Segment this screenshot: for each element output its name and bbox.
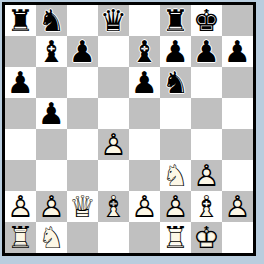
square-b5[interactable]: ♟ (36, 98, 67, 129)
square-g2[interactable]: ♝♗ (191, 191, 222, 222)
square-e6[interactable]: ♟ (129, 67, 160, 98)
piece-white-queen-fill: ♛ (67, 191, 98, 222)
piece-black-knight: ♞ (160, 67, 191, 98)
square-f3[interactable]: ♞♘ (160, 160, 191, 191)
piece-white-pawn: ♙ (160, 191, 191, 222)
piece-black-rook: ♜ (5, 5, 36, 36)
piece-white-pawn: ♙ (129, 191, 160, 222)
square-g6[interactable] (191, 67, 222, 98)
piece-white-pawn: ♙ (222, 191, 253, 222)
square-b6[interactable] (36, 67, 67, 98)
square-a6[interactable]: ♟ (5, 67, 36, 98)
square-h4[interactable] (222, 129, 253, 160)
square-f1[interactable]: ♜♖ (160, 222, 191, 253)
square-c8[interactable] (67, 5, 98, 36)
piece-white-knight: ♘ (160, 160, 191, 191)
square-f8[interactable]: ♜ (160, 5, 191, 36)
piece-white-rook: ♖ (5, 222, 36, 253)
square-f4[interactable] (160, 129, 191, 160)
piece-black-queen: ♛ (98, 5, 129, 36)
piece-white-pawn-fill: ♟ (98, 129, 129, 160)
square-d2[interactable]: ♝♗ (98, 191, 129, 222)
square-h3[interactable] (222, 160, 253, 191)
piece-white-knight: ♘ (36, 222, 67, 253)
square-d3[interactable] (98, 160, 129, 191)
piece-black-pawn: ♟ (67, 36, 98, 67)
piece-white-pawn: ♙ (191, 160, 222, 191)
piece-white-bishop: ♗ (191, 191, 222, 222)
square-d5[interactable] (98, 98, 129, 129)
piece-white-king-fill: ♚ (191, 222, 222, 253)
square-a8[interactable]: ♜ (5, 5, 36, 36)
square-f2[interactable]: ♟♙ (160, 191, 191, 222)
piece-black-pawn: ♟ (129, 67, 160, 98)
square-a7[interactable] (5, 36, 36, 67)
square-h5[interactable] (222, 98, 253, 129)
square-b3[interactable] (36, 160, 67, 191)
square-e4[interactable] (129, 129, 160, 160)
square-f6[interactable]: ♞ (160, 67, 191, 98)
square-f7[interactable]: ♟ (160, 36, 191, 67)
piece-white-bishop: ♗ (98, 191, 129, 222)
square-a3[interactable] (5, 160, 36, 191)
square-g5[interactable] (191, 98, 222, 129)
square-c5[interactable] (67, 98, 98, 129)
square-b8[interactable]: ♞ (36, 5, 67, 36)
piece-white-pawn-fill: ♟ (36, 191, 67, 222)
piece-white-pawn: ♙ (98, 129, 129, 160)
piece-black-pawn: ♟ (160, 36, 191, 67)
square-h2[interactable]: ♟♙ (222, 191, 253, 222)
square-b4[interactable] (36, 129, 67, 160)
square-d1[interactable] (98, 222, 129, 253)
piece-white-knight-fill: ♞ (36, 222, 67, 253)
piece-black-pawn: ♟ (5, 67, 36, 98)
piece-black-pawn: ♟ (222, 36, 253, 67)
square-e2[interactable]: ♟♙ (129, 191, 160, 222)
square-g1[interactable]: ♚♔ (191, 222, 222, 253)
square-a2[interactable]: ♟♙ (5, 191, 36, 222)
piece-white-rook-fill: ♜ (5, 222, 36, 253)
square-e7[interactable]: ♝ (129, 36, 160, 67)
piece-white-king: ♔ (191, 222, 222, 253)
square-b2[interactable]: ♟♙ (36, 191, 67, 222)
piece-black-bishop: ♝ (129, 36, 160, 67)
square-d8[interactable]: ♛ (98, 5, 129, 36)
piece-white-pawn-fill: ♟ (5, 191, 36, 222)
piece-white-bishop-fill: ♝ (98, 191, 129, 222)
square-f5[interactable] (160, 98, 191, 129)
square-h7[interactable]: ♟ (222, 36, 253, 67)
piece-white-bishop-fill: ♝ (191, 191, 222, 222)
square-h1[interactable] (222, 222, 253, 253)
square-c2[interactable]: ♛♕ (67, 191, 98, 222)
square-h8[interactable] (222, 5, 253, 36)
square-g3[interactable]: ♟♙ (191, 160, 222, 191)
square-c1[interactable] (67, 222, 98, 253)
square-c6[interactable] (67, 67, 98, 98)
piece-black-bishop: ♝ (36, 36, 67, 67)
square-b1[interactable]: ♞♘ (36, 222, 67, 253)
square-b7[interactable]: ♝ (36, 36, 67, 67)
piece-black-rook: ♜ (160, 5, 191, 36)
square-a4[interactable] (5, 129, 36, 160)
square-e1[interactable] (129, 222, 160, 253)
square-d4[interactable]: ♟♙ (98, 129, 129, 160)
square-e3[interactable] (129, 160, 160, 191)
piece-black-knight: ♞ (36, 5, 67, 36)
square-c3[interactable] (67, 160, 98, 191)
piece-white-rook-fill: ♜ (160, 222, 191, 253)
piece-black-king: ♚ (191, 5, 222, 36)
chessboard-frame: ♜♞♛♜♚♝♟♝♟♟♟♟♟♞♟♟♙♞♘♟♙♟♙♟♙♛♕♝♗♟♙♟♙♝♗♟♙♜♖♞… (0, 0, 264, 264)
chessboard: ♜♞♛♜♚♝♟♝♟♟♟♟♟♞♟♟♙♞♘♟♙♟♙♟♙♛♕♝♗♟♙♟♙♝♗♟♙♜♖♞… (2, 2, 256, 256)
square-a5[interactable] (5, 98, 36, 129)
square-d7[interactable] (98, 36, 129, 67)
square-c7[interactable]: ♟ (67, 36, 98, 67)
piece-white-pawn: ♙ (5, 191, 36, 222)
piece-white-pawn-fill: ♟ (222, 191, 253, 222)
piece-white-rook: ♖ (160, 222, 191, 253)
piece-black-pawn: ♟ (191, 36, 222, 67)
square-a1[interactable]: ♜♖ (5, 222, 36, 253)
piece-black-pawn: ♟ (36, 98, 67, 129)
square-g7[interactable]: ♟ (191, 36, 222, 67)
square-c4[interactable] (67, 129, 98, 160)
square-h6[interactable] (222, 67, 253, 98)
piece-white-queen: ♕ (67, 191, 98, 222)
piece-white-pawn: ♙ (36, 191, 67, 222)
square-g4[interactable] (191, 129, 222, 160)
square-g8[interactable]: ♚ (191, 5, 222, 36)
square-e5[interactable] (129, 98, 160, 129)
square-e8[interactable] (129, 5, 160, 36)
piece-white-pawn-fill: ♟ (129, 191, 160, 222)
piece-white-pawn-fill: ♟ (191, 160, 222, 191)
piece-white-knight-fill: ♞ (160, 160, 191, 191)
piece-white-pawn-fill: ♟ (160, 191, 191, 222)
square-d6[interactable] (98, 67, 129, 98)
